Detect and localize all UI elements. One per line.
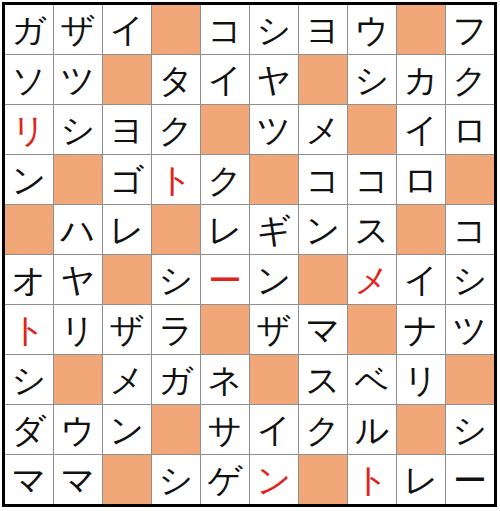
letter-cell[interactable]: ゴ [103, 155, 151, 204]
blocked-cell [299, 55, 347, 104]
blocked-cell [299, 455, 347, 504]
letter-cell[interactable]: イ [397, 105, 445, 154]
letter-cell[interactable]: ツ [54, 55, 102, 104]
blocked-cell [103, 455, 151, 504]
letter-cell[interactable]: コ [348, 155, 396, 204]
letter-cell[interactable]: シ [152, 455, 200, 504]
letter-cell[interactable]: ロ [446, 105, 494, 154]
blocked-cell [397, 5, 445, 54]
letter-cell[interactable]: シ [54, 105, 102, 154]
letter-cell[interactable]: ヤ [54, 255, 102, 304]
blocked-cell [201, 105, 249, 154]
letter-cell[interactable]: ダ [5, 405, 53, 454]
letter-cell[interactable]: ザ [54, 5, 102, 54]
page: ガザイコシヨウフソツタイヤシカクリシヨクツメイロンゴトクココロハレレギンスコオヤ… [0, 0, 500, 507]
letter-cell[interactable]: ト [5, 305, 53, 354]
letter-cell[interactable]: ー [201, 255, 249, 304]
letter-cell[interactable]: ウ [348, 5, 396, 54]
letter-cell[interactable]: レ [397, 455, 445, 504]
letter-cell[interactable]: ガ [5, 5, 53, 54]
letter-cell[interactable]: シ [446, 405, 494, 454]
letter-cell[interactable]: ン [299, 205, 347, 254]
letter-cell[interactable]: ナ [397, 305, 445, 354]
letter-cell[interactable]: ヤ [250, 55, 298, 104]
letter-cell[interactable]: リ [54, 305, 102, 354]
letter-cell[interactable]: ベ [348, 355, 396, 404]
letter-cell[interactable]: ラ [152, 305, 200, 354]
letter-cell[interactable]: シ [250, 5, 298, 54]
letter-cell[interactable]: ザ [103, 305, 151, 354]
letter-cell[interactable]: ル [348, 405, 396, 454]
letter-cell[interactable]: ロ [397, 155, 445, 204]
letter-cell[interactable]: カ [397, 55, 445, 104]
letter-cell[interactable]: ク [201, 155, 249, 204]
letter-cell[interactable]: ヨ [103, 105, 151, 154]
letter-cell[interactable]: ツ [446, 305, 494, 354]
blocked-cell [397, 405, 445, 454]
letter-cell[interactable]: イ [397, 255, 445, 304]
letter-cell[interactable]: メ [348, 255, 396, 304]
letter-cell[interactable]: ク [446, 55, 494, 104]
letter-cell[interactable]: イ [201, 55, 249, 104]
letter-cell[interactable]: ト [152, 155, 200, 204]
blocked-cell [103, 255, 151, 304]
letter-cell[interactable]: ガ [152, 355, 200, 404]
blocked-cell [54, 155, 102, 204]
letter-cell[interactable]: リ [397, 355, 445, 404]
letter-cell[interactable]: ゲ [201, 455, 249, 504]
letter-cell[interactable]: ハ [54, 205, 102, 254]
letter-cell[interactable]: ク [299, 405, 347, 454]
blocked-cell [5, 205, 53, 254]
letter-cell[interactable]: ザ [250, 305, 298, 354]
letter-cell[interactable]: フ [446, 5, 494, 54]
letter-cell[interactable]: マ [5, 455, 53, 504]
letter-cell[interactable]: メ [103, 355, 151, 404]
blocked-cell [250, 355, 298, 404]
letter-cell[interactable]: レ [201, 205, 249, 254]
letter-cell[interactable]: ト [348, 455, 396, 504]
letter-cell[interactable]: シ [446, 255, 494, 304]
letter-cell[interactable]: マ [54, 455, 102, 504]
letter-cell[interactable]: ウ [54, 405, 102, 454]
letter-cell[interactable]: イ [103, 5, 151, 54]
letter-cell[interactable]: ス [299, 355, 347, 404]
letter-cell[interactable]: ン [250, 255, 298, 304]
blocked-cell [397, 205, 445, 254]
blocked-cell [446, 155, 494, 204]
blocked-cell [250, 155, 298, 204]
letter-cell[interactable]: シ [5, 355, 53, 404]
letter-cell[interactable]: ン [250, 455, 298, 504]
letter-cell[interactable]: ン [103, 405, 151, 454]
blocked-cell [348, 105, 396, 154]
letter-cell[interactable]: ソ [5, 55, 53, 104]
letter-cell[interactable]: オ [5, 255, 53, 304]
blocked-cell [54, 355, 102, 404]
letter-cell[interactable]: リ [5, 105, 53, 154]
blocked-cell [446, 355, 494, 404]
letter-cell[interactable]: コ [201, 5, 249, 54]
letter-cell[interactable]: ー [446, 455, 494, 504]
blocked-cell [348, 305, 396, 354]
blocked-cell [152, 5, 200, 54]
letter-cell[interactable]: コ [299, 155, 347, 204]
letter-cell[interactable]: メ [299, 105, 347, 154]
blocked-cell [299, 255, 347, 304]
letter-cell[interactable]: シ [152, 255, 200, 304]
letter-cell[interactable]: イ [250, 405, 298, 454]
letter-cell[interactable]: コ [446, 205, 494, 254]
letter-cell[interactable]: ス [348, 205, 396, 254]
letter-cell[interactable]: ヨ [299, 5, 347, 54]
blocked-cell [201, 305, 249, 354]
letter-cell[interactable]: シ [348, 55, 396, 104]
letter-cell[interactable]: ギ [250, 205, 298, 254]
blocked-cell [152, 405, 200, 454]
letter-cell[interactable]: ツ [250, 105, 298, 154]
blocked-cell [152, 205, 200, 254]
letter-cell[interactable]: サ [201, 405, 249, 454]
letter-cell[interactable]: タ [152, 55, 200, 104]
letter-cell[interactable]: ク [152, 105, 200, 154]
letter-cell[interactable]: マ [299, 305, 347, 354]
letter-cell[interactable]: ン [5, 155, 53, 204]
letter-cell[interactable]: ネ [201, 355, 249, 404]
letter-cell[interactable]: レ [103, 205, 151, 254]
blocked-cell [103, 55, 151, 104]
crossword-board: ガザイコシヨウフソツタイヤシカクリシヨクツメイロンゴトクココロハレレギンスコオヤ… [2, 2, 497, 507]
